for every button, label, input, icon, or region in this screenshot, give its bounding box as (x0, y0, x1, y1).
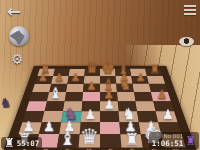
square-e8[interactable]: ♚ (100, 69, 116, 76)
gear-icon[interactable]: ⚙ (11, 51, 24, 67)
piece-bQ-d8[interactable]: ♛ (85, 60, 99, 76)
square-e2[interactable] (100, 122, 120, 134)
eye-view-icon[interactable] (179, 37, 194, 46)
menu-bar (184, 13, 196, 15)
chess-app-screen: ♜♛♚♝♜♟♟♟♟♟♟♝♞♝♟♟♟♞♟♞♟♟♟♟♟♟♜♝♛♜♚ ABCDEFGH… (0, 0, 200, 150)
square-d1[interactable]: ♛ (79, 134, 100, 147)
file-label-C: C (56, 147, 79, 150)
square-b5[interactable]: ♝ (47, 92, 66, 101)
square-h3[interactable]: ♟ (156, 111, 178, 122)
piece-wP-d3[interactable]: ♟ (84, 109, 96, 122)
compass-rotate-icon[interactable]: ◆ ◆ (9, 26, 29, 46)
square-d6[interactable]: ♟ (83, 84, 100, 92)
square-c6[interactable] (66, 84, 84, 92)
piece-bP-g7[interactable]: ♟ (136, 73, 146, 84)
square-b4[interactable] (44, 101, 64, 111)
piece-bN-f6[interactable]: ♞ (119, 78, 131, 92)
piece-bP-c7[interactable]: ♟ (71, 73, 81, 84)
square-f1[interactable]: ♜ (120, 134, 143, 147)
piece-bP-h5[interactable]: ♟ (157, 89, 168, 101)
piece-bP-a7[interactable]: ♟ (38, 73, 48, 84)
compass-needle-icon: ◆ (7, 31, 30, 41)
file-label-D: D (78, 147, 100, 150)
square-h8[interactable]: ♜ (145, 69, 162, 76)
square-f6[interactable]: ♞ (116, 84, 134, 92)
piece-wP-h3[interactable]: ♟ (162, 109, 174, 122)
square-h7[interactable] (147, 76, 165, 84)
piece-bP-d6[interactable]: ♟ (86, 81, 96, 93)
square-h5[interactable]: ♟ (151, 92, 171, 101)
square-g6[interactable] (133, 84, 151, 92)
file-label-F: F (121, 147, 144, 150)
square-e3[interactable] (100, 111, 119, 122)
piece-wB-c1[interactable]: ♝ (59, 129, 76, 148)
square-d8[interactable]: ♛ (84, 69, 100, 76)
piece-wR-f1[interactable]: ♜ (125, 131, 140, 148)
square-e1[interactable] (100, 134, 121, 147)
piece-wB-b5[interactable]: ♝ (49, 86, 63, 101)
square-d3[interactable]: ♟ (81, 111, 100, 122)
square-e4[interactable]: ♟ (100, 101, 119, 111)
square-c7[interactable]: ♟ (67, 76, 84, 84)
menu-button[interactable] (184, 5, 196, 17)
piece-bK-e8[interactable]: ♚ (100, 60, 115, 76)
file-label-E: E (100, 147, 122, 150)
square-f5[interactable] (117, 92, 135, 101)
piece-bR-h8[interactable]: ♜ (149, 64, 160, 76)
opponent-clock-time: 1:06:51 (152, 139, 184, 148)
piece-bP-b7[interactable]: ♟ (54, 73, 64, 84)
square-d5[interactable] (82, 92, 100, 101)
piece-wP-b2[interactable]: ♟ (43, 120, 55, 134)
back-button[interactable]: ← (7, 1, 21, 21)
square-c5[interactable] (65, 92, 83, 101)
piece-wP-e4[interactable]: ♟ (104, 99, 115, 112)
piece-wQ-d1[interactable]: ♛ (80, 126, 99, 147)
opponent-clock: No 001 1:06:51 ♜ (149, 132, 199, 149)
menu-bar (184, 9, 196, 11)
purple-rook-icon: ♜ (185, 136, 196, 146)
square-g7[interactable]: ♟ (131, 76, 149, 84)
square-b2[interactable]: ♟ (39, 122, 61, 134)
captured-black-knight-icon: ♞ (0, 95, 12, 110)
white-clock-time: 55:07 (17, 139, 40, 148)
white-rook-icon: ♜ (4, 138, 15, 148)
menu-bar (184, 5, 196, 7)
square-c1[interactable]: ♝ (57, 134, 80, 147)
square-b7[interactable]: ♟ (51, 76, 69, 84)
white-clock: ♜ 55:07 (1, 137, 42, 149)
